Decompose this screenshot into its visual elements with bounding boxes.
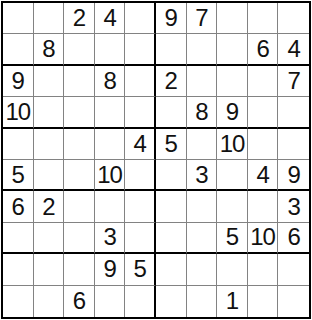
cell-r1c4[interactable]: 4: [95, 3, 126, 34]
sudoku-board: 2497864982710894510510349623351069561: [1, 1, 311, 319]
page-background: 2497864982710894510510349623351069561: [0, 0, 312, 320]
cell-r6c2[interactable]: [34, 160, 65, 191]
given-digit: 5: [12, 163, 24, 187]
cell-r6c9[interactable]: 4: [248, 160, 279, 191]
given-digit: 9: [226, 100, 238, 124]
cell-r4c3[interactable]: [64, 97, 95, 128]
cell-r2c6[interactable]: [156, 34, 187, 65]
cell-r8c8[interactable]: 5: [217, 223, 248, 254]
cell-r5c9[interactable]: [248, 129, 279, 160]
given-digit: 3: [103, 225, 115, 249]
given-digit: 10: [97, 163, 122, 187]
given-digit: 5: [134, 257, 146, 281]
cell-r9c9[interactable]: [248, 254, 279, 285]
cell-r10c9[interactable]: [248, 286, 279, 317]
cell-r3c6[interactable]: 2: [156, 66, 187, 97]
cell-r5c6[interactable]: 5: [156, 129, 187, 160]
cell-r1c3[interactable]: 2: [64, 3, 95, 34]
cell-r6c7[interactable]: 3: [187, 160, 218, 191]
given-digit: 8: [42, 37, 54, 61]
given-digit: 9: [165, 6, 177, 30]
cell-r9c1[interactable]: [3, 254, 34, 285]
cell-r10c6[interactable]: [156, 286, 187, 317]
cell-r7c1[interactable]: 6: [3, 191, 34, 222]
cell-r5c7[interactable]: [187, 129, 218, 160]
cell-r8c6[interactable]: [156, 223, 187, 254]
cell-r9c6[interactable]: [156, 254, 187, 285]
given-digit: 2: [42, 195, 54, 219]
cell-r2c8[interactable]: [217, 34, 248, 65]
cell-r1c1[interactable]: [3, 3, 34, 34]
cell-r7c3[interactable]: [64, 191, 95, 222]
given-digit: 8: [103, 69, 115, 93]
cell-r8c5[interactable]: [125, 223, 156, 254]
cell-r5c5[interactable]: 4: [125, 129, 156, 160]
cell-r10c3[interactable]: 6: [64, 286, 95, 317]
given-digit: 1: [226, 289, 238, 313]
cell-r10c2[interactable]: [34, 286, 65, 317]
cell-r10c5[interactable]: [125, 286, 156, 317]
cell-r4c6[interactable]: [156, 97, 187, 128]
cell-r7c8[interactable]: [217, 191, 248, 222]
given-digit: 6: [12, 195, 24, 219]
cell-r4c5[interactable]: [125, 97, 156, 128]
cell-r8c4[interactable]: 3: [95, 223, 126, 254]
given-digit: 9: [103, 257, 115, 281]
cell-r3c1[interactable]: 9: [3, 66, 34, 97]
cell-r8c3[interactable]: [64, 223, 95, 254]
cell-r8c9[interactable]: 10: [248, 223, 279, 254]
given-digit: 10: [250, 225, 275, 249]
cell-r10c8[interactable]: 1: [217, 286, 248, 317]
cell-r9c8[interactable]: [217, 254, 248, 285]
cell-r7c4[interactable]: [95, 191, 126, 222]
cell-r4c9[interactable]: [248, 97, 279, 128]
given-digit: 7: [195, 6, 207, 30]
cell-r4c7[interactable]: 8: [187, 97, 218, 128]
given-digit: 3: [288, 195, 300, 219]
cell-r10c10[interactable]: [278, 286, 309, 317]
cell-r10c1[interactable]: [3, 286, 34, 317]
cell-r1c2[interactable]: [34, 3, 65, 34]
cell-r4c4[interactable]: [95, 97, 126, 128]
cell-r5c1[interactable]: [3, 129, 34, 160]
cell-r2c2[interactable]: 8: [34, 34, 65, 65]
cell-r4c1[interactable]: 10: [3, 97, 34, 128]
cell-r8c10[interactable]: 6: [278, 223, 309, 254]
cell-r5c3[interactable]: [64, 129, 95, 160]
given-digit: 4: [103, 6, 115, 30]
cell-r10c4[interactable]: [95, 286, 126, 317]
cell-r5c4[interactable]: [95, 129, 126, 160]
given-digit: 2: [165, 69, 177, 93]
given-digit: 3: [195, 163, 207, 187]
cell-r1c5[interactable]: [125, 3, 156, 34]
given-digit: 6: [288, 225, 300, 249]
cell-r8c7[interactable]: [187, 223, 218, 254]
given-digit: 10: [220, 132, 245, 156]
cell-r4c8[interactable]: 9: [217, 97, 248, 128]
cell-r3c9[interactable]: [248, 66, 279, 97]
cell-r9c3[interactable]: [64, 254, 95, 285]
cell-r9c5[interactable]: 5: [125, 254, 156, 285]
cell-r2c3[interactable]: [64, 34, 95, 65]
cell-r7c9[interactable]: [248, 191, 279, 222]
cell-r3c3[interactable]: [64, 66, 95, 97]
cell-r6c1[interactable]: 5: [3, 160, 34, 191]
cell-r2c7[interactable]: [187, 34, 218, 65]
cell-r3c8[interactable]: [217, 66, 248, 97]
cell-r9c4[interactable]: 9: [95, 254, 126, 285]
cell-r3c4[interactable]: 8: [95, 66, 126, 97]
cell-r6c10[interactable]: 9: [278, 160, 309, 191]
cell-r4c10[interactable]: [278, 97, 309, 128]
cell-r3c10[interactable]: 7: [278, 66, 309, 97]
given-digit: 8: [195, 100, 207, 124]
given-digit: 6: [73, 289, 85, 313]
cell-r1c7[interactable]: 7: [187, 3, 218, 34]
cell-r9c10[interactable]: [278, 254, 309, 285]
cell-r6c8[interactable]: [217, 160, 248, 191]
cell-r8c1[interactable]: [3, 223, 34, 254]
cell-r1c10[interactable]: [278, 3, 309, 34]
given-digit: 5: [165, 132, 177, 156]
cell-r6c6[interactable]: [156, 160, 187, 191]
cell-r2c10[interactable]: 4: [278, 34, 309, 65]
cell-r9c7[interactable]: [187, 254, 218, 285]
given-digit: 7: [288, 69, 300, 93]
cell-r2c4[interactable]: [95, 34, 126, 65]
cell-r3c2[interactable]: [34, 66, 65, 97]
cell-r2c1[interactable]: [3, 34, 34, 65]
cell-r1c9[interactable]: [248, 3, 279, 34]
cell-r7c6[interactable]: [156, 191, 187, 222]
cell-r1c6[interactable]: 9: [156, 3, 187, 34]
cell-r9c2[interactable]: [34, 254, 65, 285]
given-digit: 5: [226, 225, 238, 249]
cell-r5c10[interactable]: [278, 129, 309, 160]
cell-r7c7[interactable]: [187, 191, 218, 222]
cell-r3c5[interactable]: [125, 66, 156, 97]
given-digit: 4: [288, 37, 300, 61]
given-digit: 4: [256, 163, 268, 187]
cell-r4c2[interactable]: [34, 97, 65, 128]
cell-r7c2[interactable]: 2: [34, 191, 65, 222]
cell-r5c2[interactable]: [34, 129, 65, 160]
cell-r6c4[interactable]: 10: [95, 160, 126, 191]
given-digit: 4: [134, 132, 146, 156]
given-digit: 6: [256, 37, 268, 61]
cell-r3c7[interactable]: [187, 66, 218, 97]
given-digit: 10: [5, 100, 30, 124]
cell-r8c2[interactable]: [34, 223, 65, 254]
cell-r1c8[interactable]: [217, 3, 248, 34]
cell-r2c9[interactable]: 6: [248, 34, 279, 65]
cell-r7c5[interactable]: [125, 191, 156, 222]
cell-r5c8[interactable]: 10: [217, 129, 248, 160]
cell-r6c5[interactable]: [125, 160, 156, 191]
given-digit: 9: [12, 69, 24, 93]
cell-r6c3[interactable]: [64, 160, 95, 191]
given-digit: 9: [288, 163, 300, 187]
cell-r2c5[interactable]: [125, 34, 156, 65]
given-digit: 2: [73, 6, 85, 30]
cell-r7c10[interactable]: 3: [278, 191, 309, 222]
cell-r10c7[interactable]: [187, 286, 218, 317]
